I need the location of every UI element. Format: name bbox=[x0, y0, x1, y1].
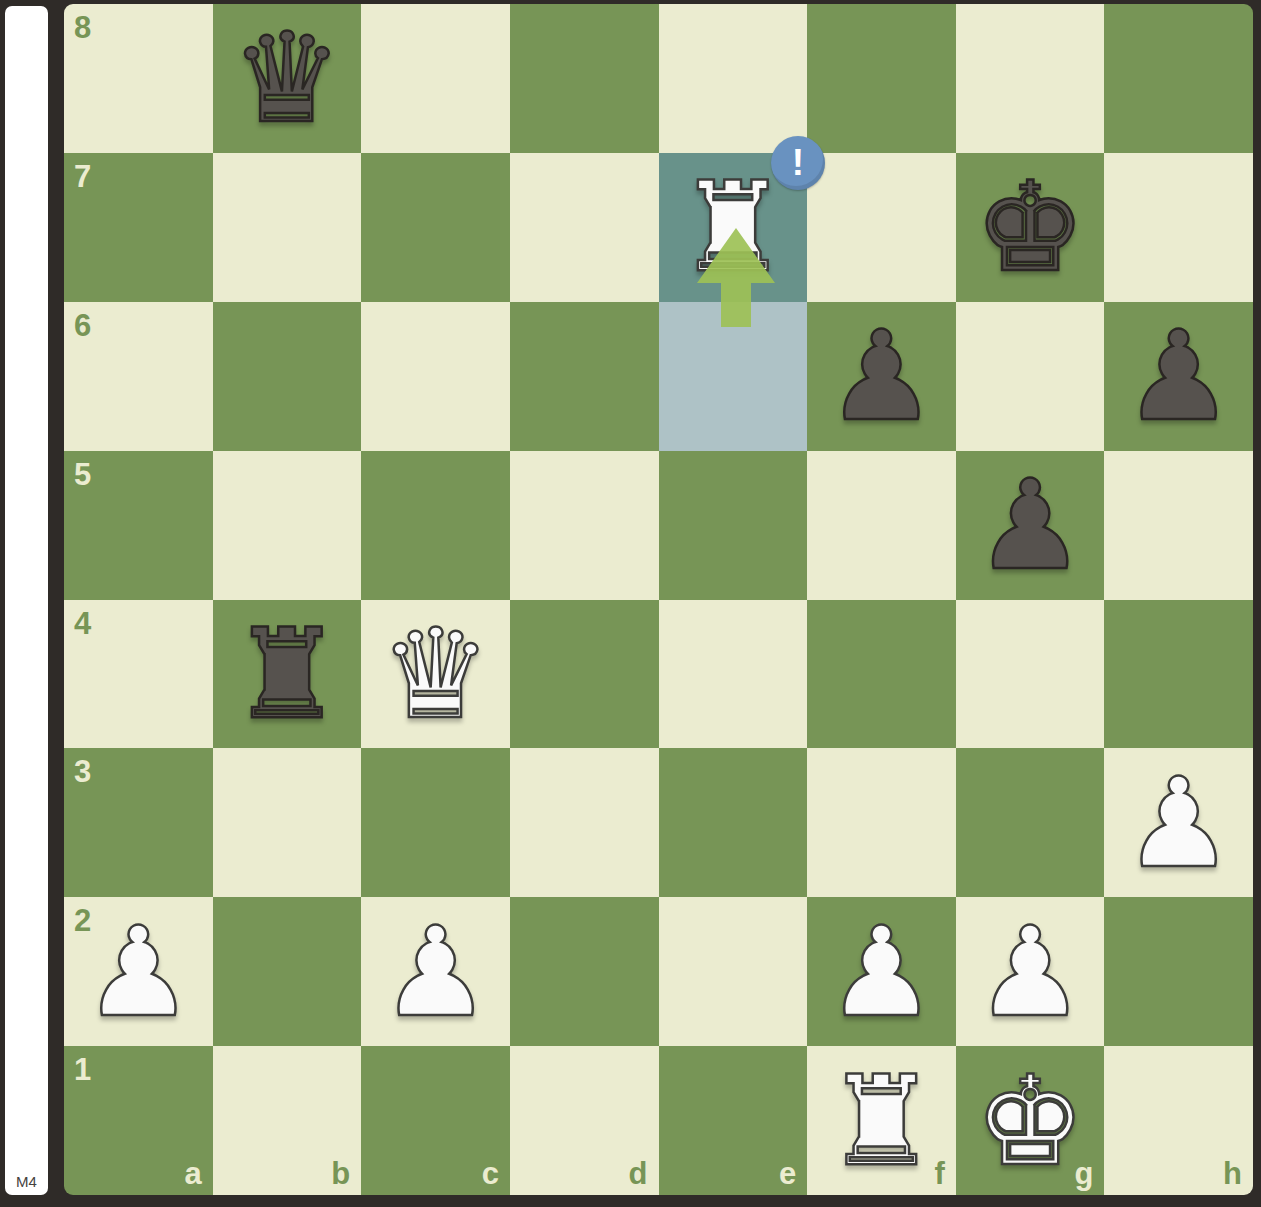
square-a5[interactable]: 5 bbox=[64, 451, 213, 600]
square-c5[interactable] bbox=[361, 451, 510, 600]
square-b8[interactable]: ♛ bbox=[213, 4, 362, 153]
square-f8[interactable] bbox=[807, 4, 956, 153]
square-g3[interactable] bbox=[956, 748, 1105, 897]
black-rook[interactable]: ♜ bbox=[213, 600, 362, 749]
square-b2[interactable] bbox=[213, 897, 362, 1046]
square-e8[interactable] bbox=[659, 4, 808, 153]
square-b4[interactable]: ♜ bbox=[213, 600, 362, 749]
square-c2[interactable]: ♟ bbox=[361, 897, 510, 1046]
square-e3[interactable] bbox=[659, 748, 808, 897]
square-a7[interactable]: 7 bbox=[64, 153, 213, 302]
white-rook[interactable]: ♜ bbox=[807, 1046, 956, 1195]
white-pawn[interactable]: ♟ bbox=[956, 897, 1105, 1046]
square-e1[interactable]: e bbox=[659, 1046, 808, 1195]
square-b5[interactable] bbox=[213, 451, 362, 600]
file-label-b: b bbox=[331, 1158, 350, 1189]
white-pawn[interactable]: ♟ bbox=[64, 897, 213, 1046]
square-c7[interactable] bbox=[361, 153, 510, 302]
square-f4[interactable] bbox=[807, 600, 956, 749]
square-e4[interactable] bbox=[659, 600, 808, 749]
square-f7[interactable] bbox=[807, 153, 956, 302]
file-label-c: c bbox=[482, 1158, 499, 1189]
square-a4[interactable]: 4 bbox=[64, 600, 213, 749]
square-a3[interactable]: 3 bbox=[64, 748, 213, 897]
square-b3[interactable] bbox=[213, 748, 362, 897]
file-label-h: h bbox=[1223, 1158, 1242, 1189]
great-move-badge-icon: ! bbox=[771, 136, 825, 190]
square-c6[interactable] bbox=[361, 302, 510, 451]
square-g6[interactable] bbox=[956, 302, 1105, 451]
square-e5[interactable] bbox=[659, 451, 808, 600]
square-h6[interactable]: ♟ bbox=[1104, 302, 1253, 451]
square-g4[interactable] bbox=[956, 600, 1105, 749]
square-h7[interactable] bbox=[1104, 153, 1253, 302]
square-f5[interactable] bbox=[807, 451, 956, 600]
square-g8[interactable] bbox=[956, 4, 1105, 153]
square-g2[interactable]: ♟ bbox=[956, 897, 1105, 1046]
square-h5[interactable] bbox=[1104, 451, 1253, 600]
square-h4[interactable] bbox=[1104, 600, 1253, 749]
square-b6[interactable] bbox=[213, 302, 362, 451]
white-queen[interactable]: ♛ bbox=[361, 600, 510, 749]
black-pawn[interactable]: ♟ bbox=[807, 302, 956, 451]
square-d3[interactable] bbox=[510, 748, 659, 897]
rank-label-1: 1 bbox=[74, 1054, 91, 1085]
square-b7[interactable] bbox=[213, 153, 362, 302]
square-f6[interactable]: ♟ bbox=[807, 302, 956, 451]
white-pawn[interactable]: ♟ bbox=[1104, 748, 1253, 897]
file-label-a: a bbox=[184, 1158, 201, 1189]
evaluation-bar[interactable]: M4 bbox=[5, 6, 48, 1195]
white-pawn[interactable]: ♟ bbox=[807, 897, 956, 1046]
square-c1[interactable]: c bbox=[361, 1046, 510, 1195]
black-king[interactable]: ♚ bbox=[956, 153, 1105, 302]
chess-board: 8♛7♜♚6♟♟5♟4♜♛3♟2♟♟♟♟1abcdef♜g♚h bbox=[64, 4, 1253, 1195]
file-label-d: d bbox=[629, 1158, 648, 1189]
square-e2[interactable] bbox=[659, 897, 808, 1046]
square-a2[interactable]: 2♟ bbox=[64, 897, 213, 1046]
square-h3[interactable]: ♟ bbox=[1104, 748, 1253, 897]
eval-mate-label: M4 bbox=[5, 1173, 48, 1190]
square-d7[interactable] bbox=[510, 153, 659, 302]
square-h8[interactable] bbox=[1104, 4, 1253, 153]
black-pawn[interactable]: ♟ bbox=[1104, 302, 1253, 451]
square-f3[interactable] bbox=[807, 748, 956, 897]
white-pawn[interactable]: ♟ bbox=[361, 897, 510, 1046]
file-label-e: e bbox=[779, 1158, 796, 1189]
black-queen[interactable]: ♛ bbox=[213, 4, 362, 153]
great-move-exclamation: ! bbox=[792, 144, 804, 181]
square-c8[interactable] bbox=[361, 4, 510, 153]
black-pawn[interactable]: ♟ bbox=[956, 451, 1105, 600]
square-d2[interactable] bbox=[510, 897, 659, 1046]
rank-label-4: 4 bbox=[74, 608, 91, 639]
rank-label-7: 7 bbox=[74, 161, 91, 192]
rank-label-8: 8 bbox=[74, 12, 91, 43]
square-g7[interactable]: ♚ bbox=[956, 153, 1105, 302]
square-d4[interactable] bbox=[510, 600, 659, 749]
square-f1[interactable]: f♜ bbox=[807, 1046, 956, 1195]
rank-label-5: 5 bbox=[74, 459, 91, 490]
white-king[interactable]: ♚ bbox=[956, 1046, 1105, 1195]
square-d1[interactable]: d bbox=[510, 1046, 659, 1195]
square-h1[interactable]: h bbox=[1104, 1046, 1253, 1195]
square-a8[interactable]: 8 bbox=[64, 4, 213, 153]
square-d6[interactable] bbox=[510, 302, 659, 451]
square-e6[interactable] bbox=[659, 302, 808, 451]
square-f2[interactable]: ♟ bbox=[807, 897, 956, 1046]
square-b1[interactable]: b bbox=[213, 1046, 362, 1195]
rank-label-3: 3 bbox=[74, 756, 91, 787]
square-a1[interactable]: 1a bbox=[64, 1046, 213, 1195]
square-h2[interactable] bbox=[1104, 897, 1253, 1046]
chess-analysis-screen: M4 8♛7♜♚6♟♟5♟4♜♛3♟2♟♟♟♟1abcdef♜g♚h ! bbox=[0, 0, 1261, 1207]
square-c4[interactable]: ♛ bbox=[361, 600, 510, 749]
rank-label-6: 6 bbox=[74, 310, 91, 341]
square-g1[interactable]: g♚ bbox=[956, 1046, 1105, 1195]
square-g5[interactable]: ♟ bbox=[956, 451, 1105, 600]
square-a6[interactable]: 6 bbox=[64, 302, 213, 451]
square-d8[interactable] bbox=[510, 4, 659, 153]
square-c3[interactable] bbox=[361, 748, 510, 897]
square-d5[interactable] bbox=[510, 451, 659, 600]
